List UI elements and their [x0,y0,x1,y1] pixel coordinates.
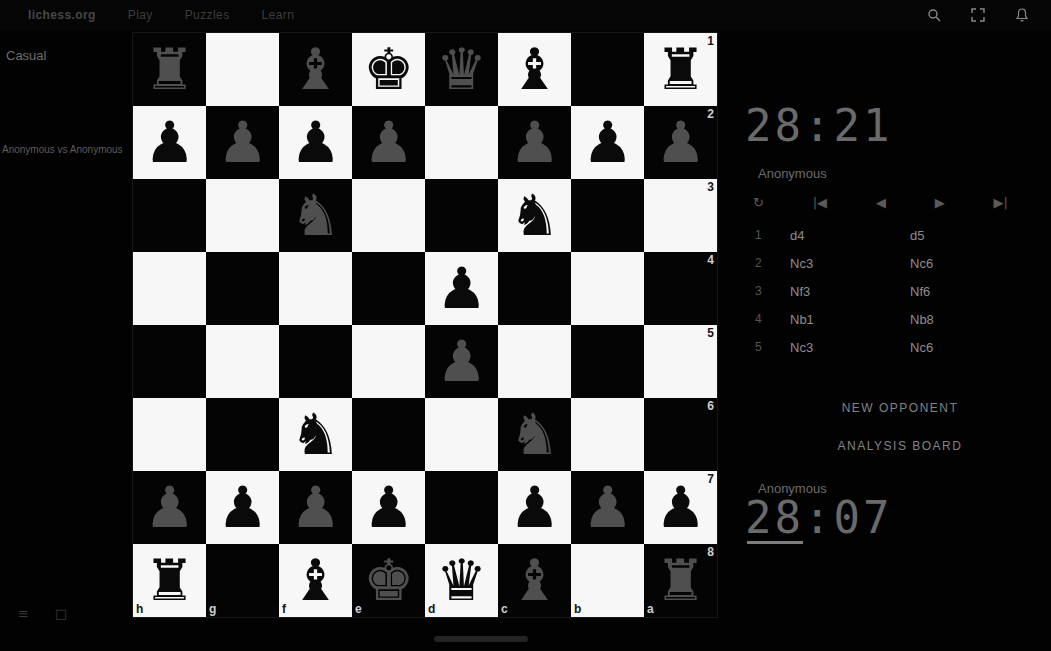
piece-white-knight[interactable]: ♞ [498,179,571,252]
analysis-board-button[interactable]: Analysis board [832,438,969,454]
white-move[interactable]: Nb1 [790,312,910,327]
nav-item-puzzles[interactable]: Puzzles [185,8,230,22]
game-type-label: Casual [6,48,46,63]
square-f8[interactable]: ♝f [279,544,352,617]
square-e1[interactable]: ♚ [352,33,425,106]
black-move[interactable]: Nc6 [910,340,1030,355]
move-row-5: 5Nc3Nc6 [745,333,1035,361]
square-b7[interactable]: ♟ [571,471,644,544]
piece-black-rook[interactable]: ♜ [133,544,206,617]
square-a4[interactable]: 4 [644,252,717,325]
piece-white-rook[interactable]: ♜ [133,33,206,106]
black-move[interactable]: Nc6 [910,256,1030,271]
file-label-h: h [136,602,143,616]
first-move-icon[interactable]: |◀ [813,195,827,217]
square-e6[interactable] [352,398,425,471]
square-d5[interactable]: ♟ [425,325,498,398]
square-a2[interactable]: ♟2 [644,106,717,179]
black-move[interactable]: Nb8 [910,312,1030,327]
piece-black-pawn[interactable]: ♟ [498,471,571,544]
square-f7[interactable]: ♟ [279,471,352,544]
move-number: 1 [745,228,790,242]
square-g1[interactable] [206,33,279,106]
square-a8[interactable]: ♜8a [644,544,717,617]
square-c3[interactable]: ♞ [498,179,571,252]
rank-label-1: 1 [707,34,714,48]
rank-label-3: 3 [707,180,714,194]
square-d7[interactable] [425,471,498,544]
square-f2[interactable]: ♟ [279,106,352,179]
nav-item-learn[interactable]: Learn [262,8,295,22]
square-a1[interactable]: ♜1 [644,33,717,106]
black-move[interactable]: d5 [910,228,1030,243]
footer-indicator [434,636,528,642]
site-logo[interactable]: lichess.org [28,8,96,22]
prev-move-icon[interactable]: ◀ [876,195,886,217]
square-b5[interactable] [571,325,644,398]
square-h5[interactable] [133,325,206,398]
move-row-4: 4Nb1Nb8 [745,305,1035,333]
square-g8[interactable]: g [206,544,279,617]
square-h6[interactable] [133,398,206,471]
square-f6[interactable]: ♞ [279,398,352,471]
rank-label-2: 2 [707,107,714,121]
active-clock-indicator [747,541,803,544]
piece-white-pawn[interactable]: ♟ [498,106,571,179]
square-a7[interactable]: ♟7 [644,471,717,544]
next-move-icon[interactable]: ▶ [935,195,945,217]
square-f1[interactable]: ♝ [279,33,352,106]
file-label-d: d [428,602,435,616]
square-g4[interactable] [206,252,279,325]
square-e3[interactable] [352,179,425,252]
square-a6[interactable]: 6 [644,398,717,471]
layout-icon[interactable]: □ [55,606,67,621]
piece-white-pawn[interactable]: ♟ [133,106,206,179]
player-clock: 28:07 [745,492,892,543]
square-d4[interactable]: ♟ [425,252,498,325]
square-h7[interactable]: ♟ [133,471,206,544]
file-label-a: a [647,602,654,616]
move-number: 3 [745,284,790,298]
square-b4[interactable] [571,252,644,325]
rank-label-6: 6 [707,399,714,413]
piece-black-pawn[interactable]: ♟ [133,471,206,544]
piece-black-rook[interactable]: ♜ [644,544,717,617]
square-h2[interactable]: ♟ [133,106,206,179]
square-h1[interactable]: ♜ [133,33,206,106]
file-label-g: g [209,602,216,616]
opponent-name: Anonymous [758,166,827,181]
piece-white-queen[interactable]: ♛ [425,33,498,106]
menu-icon[interactable]: ≡ [18,606,29,621]
piece-white-pawn[interactable]: ♟ [352,106,425,179]
square-d8[interactable]: ♛d [425,544,498,617]
move-number: 5 [745,340,790,354]
move-panel: ↻|◀◀▶▶| 1d4d52Nc3Nc63Nf3Nf64Nb1Nb85Nc3Nc… [745,195,1035,361]
piece-black-king[interactable]: ♚ [352,544,425,617]
square-c5[interactable] [498,325,571,398]
square-c4[interactable] [498,252,571,325]
square-c1[interactable]: ♝ [498,33,571,106]
piece-black-pawn[interactable]: ♟ [644,471,717,544]
file-label-c: c [501,602,508,616]
piece-white-bishop[interactable]: ♝ [279,33,352,106]
piece-white-pawn[interactable]: ♟ [571,106,644,179]
rank-label-8: 8 [707,545,714,559]
white-move[interactable]: Nc3 [790,340,910,355]
last-move-icon[interactable]: ▶| [994,195,1008,217]
square-d1[interactable]: ♛ [425,33,498,106]
replay-controls: ↻|◀◀▶▶| [753,195,1008,217]
piece-white-bishop[interactable]: ♝ [498,33,571,106]
square-h3[interactable] [133,179,206,252]
rank-label-4: 4 [707,253,714,267]
post-game-actions: New opponent Analysis board [780,400,1020,454]
piece-white-pawn[interactable]: ♟ [279,106,352,179]
square-g5[interactable] [206,325,279,398]
piece-white-rook[interactable]: ♜ [644,33,717,106]
square-h4[interactable] [133,252,206,325]
square-g3[interactable] [206,179,279,252]
square-e5[interactable] [352,325,425,398]
move-row-2: 2Nc3Nc6 [745,249,1035,277]
notifications-icon[interactable] [1015,8,1029,22]
square-b1[interactable] [571,33,644,106]
move-number: 4 [745,312,790,326]
piece-white-pawn[interactable]: ♟ [644,106,717,179]
piece-white-pawn[interactable]: ♟ [206,106,279,179]
black-move[interactable]: Nf6 [910,284,1030,299]
white-move[interactable]: d4 [790,228,910,243]
square-b8[interactable]: b [571,544,644,617]
move-row-1: 1d4d5 [745,221,1035,249]
rank-label-5: 5 [707,326,714,340]
file-label-b: b [574,602,581,616]
players-label: Anonymous vs Anonymous [2,144,130,155]
square-h8[interactable]: ♜h [133,544,206,617]
new-opponent-button[interactable]: New opponent [836,400,965,416]
piece-black-pawn[interactable]: ♟ [279,471,352,544]
move-list: 1d4d52Nc3Nc63Nf3Nf64Nb1Nb85Nc3Nc6 [745,221,1035,361]
piece-black-knight[interactable]: ♞ [279,398,352,471]
square-f3[interactable]: ♞ [279,179,352,252]
piece-black-pawn[interactable]: ♟ [425,325,498,398]
square-a5[interactable]: 5 [644,325,717,398]
move-number: 2 [745,256,790,270]
piece-black-pawn[interactable]: ♟ [206,471,279,544]
square-g2[interactable]: ♟ [206,106,279,179]
rank-label-7: 7 [707,472,714,486]
piece-black-bishop[interactable]: ♝ [279,544,352,617]
square-g6[interactable] [206,398,279,471]
square-c2[interactable]: ♟ [498,106,571,179]
square-e8[interactable]: ♚e [352,544,425,617]
chess-board: ♜♝♚♛♝♜1♟♟♟♟♟♟♟2♞♞3♟4♟5♞♞6♟♟♟♟♟♟♟7♜hg♝f♚e… [133,33,717,617]
square-g7[interactable]: ♟ [206,471,279,544]
piece-black-queen[interactable]: ♛ [425,544,498,617]
piece-white-pawn[interactable]: ♟ [425,252,498,325]
square-b6[interactable] [571,398,644,471]
square-c6[interactable]: ♞ [498,398,571,471]
piece-black-pawn[interactable]: ♟ [571,471,644,544]
opponent-clock: 28:21 [745,100,892,151]
square-b2[interactable]: ♟ [571,106,644,179]
square-e2[interactable]: ♟ [352,106,425,179]
square-d3[interactable] [425,179,498,252]
white-move[interactable]: Nc3 [790,256,910,271]
square-e4[interactable] [352,252,425,325]
move-row-3: 3Nf3Nf6 [745,277,1035,305]
file-label-e: e [355,602,362,616]
piece-white-king[interactable]: ♚ [352,33,425,106]
piece-black-knight[interactable]: ♞ [498,398,571,471]
piece-black-bishop[interactable]: ♝ [498,544,571,617]
search-icon[interactable] [927,8,941,22]
square-c7[interactable]: ♟ [498,471,571,544]
top-bar: lichess.org Play Puzzles Learn [0,0,1051,30]
flip-board-icon[interactable]: ↻ [753,195,764,217]
square-f5[interactable] [279,325,352,398]
white-move[interactable]: Nf3 [790,284,910,299]
square-f4[interactable] [279,252,352,325]
square-a3[interactable]: 3 [644,179,717,252]
square-e7[interactable]: ♟ [352,471,425,544]
square-c8[interactable]: ♝c [498,544,571,617]
nav-item-play[interactable]: Play [128,8,153,22]
piece-white-knight[interactable]: ♞ [279,179,352,252]
square-d2[interactable] [425,106,498,179]
piece-black-pawn[interactable]: ♟ [352,471,425,544]
square-d6[interactable] [425,398,498,471]
file-label-f: f [282,602,286,616]
fullscreen-icon[interactable] [971,8,985,22]
main-nav: lichess.org Play Puzzles Learn [28,8,294,22]
square-b3[interactable] [571,179,644,252]
board-footer-icons: ≡ □ [18,606,67,621]
